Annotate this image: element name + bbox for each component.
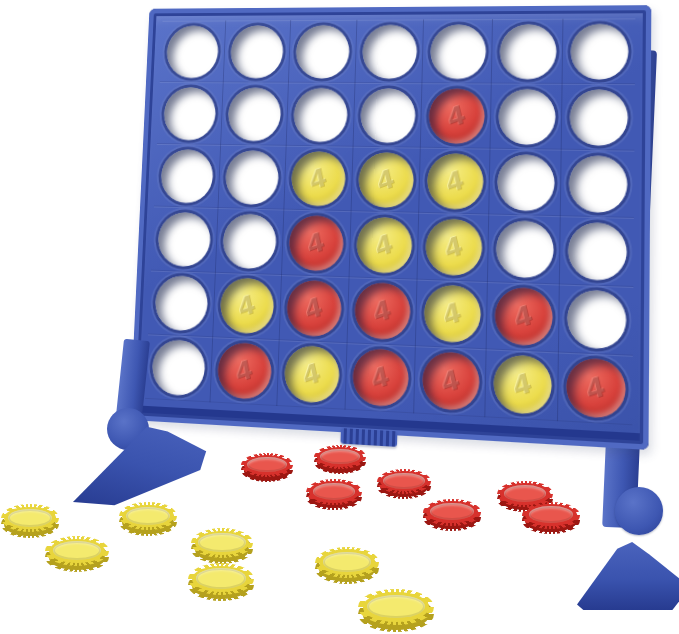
disc-face (126, 507, 170, 525)
disc-numeral: 4 (351, 275, 415, 347)
red-disc: 4 (354, 282, 411, 340)
yellow-loose-disc[interactable] (188, 563, 254, 601)
disc-face (323, 552, 372, 572)
yellow-disc: 4 (423, 285, 481, 344)
empty-hole (166, 25, 219, 77)
yellow-disc: 4 (356, 217, 412, 274)
yellow-loose-disc[interactable] (358, 589, 434, 632)
empty-hole (495, 220, 553, 278)
disc-numeral: 4 (217, 271, 278, 342)
red-disc: 4 (566, 358, 626, 419)
board-cell-r4c7[interactable] (560, 217, 634, 287)
empty-hole (161, 149, 215, 203)
disc-numeral: 4 (354, 144, 418, 216)
board-cell-r6c3[interactable]: 4 (277, 340, 347, 410)
disc-face (383, 473, 424, 489)
disc-numeral: 4 (421, 211, 486, 284)
empty-hole (222, 214, 277, 270)
board-cell-r1c7[interactable] (563, 18, 636, 84)
disc-numeral: 4 (283, 273, 346, 345)
left-foot (70, 425, 218, 507)
disc-numeral: 4 (561, 351, 630, 426)
board-cell-r1c4[interactable] (355, 19, 424, 83)
red-loose-disc[interactable] (423, 499, 481, 531)
empty-hole (295, 25, 350, 78)
yellow-disc: 4 (284, 345, 340, 404)
right-hinge-knob (615, 487, 663, 535)
yellow-loose-disc[interactable] (1, 504, 59, 538)
empty-hole (360, 88, 416, 143)
disc-face (504, 485, 547, 502)
board-cell-r5c3[interactable]: 4 (279, 275, 349, 343)
empty-hole (569, 89, 627, 146)
board-cell-r4c2[interactable] (216, 208, 284, 274)
right-foot (577, 542, 679, 610)
board-cell-r4c6[interactable] (488, 215, 561, 284)
board-cell-r3c7[interactable] (561, 150, 634, 218)
disc-numeral: 4 (214, 336, 275, 407)
red-disc: 4 (286, 280, 342, 338)
red-disc: 4 (352, 348, 409, 407)
board-cell-r1c1[interactable] (160, 20, 226, 82)
disc-numeral: 4 (418, 345, 484, 418)
yellow-disc: 4 (425, 219, 482, 277)
board-cell-r1c3[interactable] (289, 20, 357, 83)
empty-hole (362, 24, 418, 78)
empty-hole (430, 24, 486, 78)
disc-face (367, 595, 425, 618)
board-cell-r5c6[interactable]: 4 (487, 282, 560, 353)
disc-numeral: 4 (419, 277, 485, 350)
yellow-disc: 4 (291, 151, 346, 206)
disc-numeral: 4 (423, 145, 488, 217)
empty-hole (155, 275, 209, 331)
disc-numeral: 4 (424, 80, 489, 152)
board-cell-r5c1[interactable] (148, 270, 216, 337)
disc-numeral: 4 (288, 143, 350, 214)
board-cell-r6c5[interactable]: 4 (415, 346, 487, 417)
disc-face (8, 509, 52, 527)
disc-face (198, 533, 245, 552)
board-cell-r6c6[interactable]: 4 (486, 349, 559, 421)
board-cell-r6c2[interactable]: 4 (210, 337, 279, 406)
board-cell-r1c6[interactable] (492, 19, 564, 84)
yellow-loose-disc[interactable] (119, 502, 177, 536)
empty-hole (568, 155, 627, 213)
red-disc: 4 (289, 215, 345, 271)
disc-face (196, 568, 246, 588)
empty-hole (163, 87, 216, 140)
yellow-loose-disc[interactable] (191, 528, 253, 564)
empty-hole (567, 222, 626, 281)
disc-numeral: 4 (349, 342, 414, 415)
board-cell-r3c4[interactable]: 4 (351, 147, 421, 213)
board-grid: 444444444444444444 (145, 18, 635, 425)
red-loose-disc[interactable] (522, 502, 580, 534)
disc-numeral: 4 (490, 280, 557, 354)
board-cell-r2c4[interactable] (353, 83, 423, 148)
empty-hole (225, 150, 279, 205)
board-cell-r2c6[interactable] (491, 84, 563, 150)
board-cell-r1c5[interactable] (423, 19, 493, 84)
red-loose-disc[interactable] (314, 445, 366, 474)
board-cell-r4c1[interactable] (151, 207, 218, 273)
red-loose-disc[interactable] (306, 479, 362, 510)
disc-numeral: 4 (285, 208, 347, 279)
yellow-loose-disc[interactable] (45, 536, 109, 572)
board-cell-r4c5[interactable]: 4 (418, 213, 490, 281)
red-disc: 4 (217, 342, 272, 400)
yellow-disc: 4 (358, 152, 414, 208)
board-cell-r5c4[interactable]: 4 (347, 277, 418, 346)
red-disc: 4 (428, 88, 485, 143)
red-disc: 4 (422, 352, 480, 412)
disc-numeral: 4 (281, 339, 344, 411)
board-cell-r3c2[interactable] (218, 145, 286, 210)
disc-numeral: 4 (353, 209, 417, 281)
board-cell-r3c3[interactable]: 4 (284, 146, 353, 212)
board-cell-r3c5[interactable]: 4 (420, 148, 491, 215)
yellow-disc: 4 (493, 355, 552, 416)
board-cell-r2c3[interactable] (286, 83, 355, 147)
empty-hole (158, 212, 212, 267)
yellow-loose-disc[interactable] (315, 547, 379, 584)
board-cell-r3c6[interactable] (490, 149, 562, 217)
yellow-disc: 4 (427, 153, 484, 209)
board-cell-r2c7[interactable] (562, 84, 635, 151)
yellow-disc: 4 (220, 278, 275, 335)
empty-hole (498, 89, 556, 145)
board-cell-r4c4[interactable]: 4 (349, 212, 419, 280)
board-cell-r5c2[interactable]: 4 (213, 272, 282, 340)
board-cell-r1c2[interactable] (224, 20, 291, 83)
board-cell-r6c7[interactable]: 4 (558, 352, 633, 425)
disc-numeral: 4 (489, 348, 557, 422)
board-cell-r3c1[interactable] (154, 144, 221, 208)
red-loose-disc[interactable] (241, 453, 293, 482)
red-loose-disc[interactable] (377, 469, 431, 499)
left-stand-leg (58, 340, 218, 510)
connect-four-photo-scene: 444444444444444444 (0, 0, 679, 634)
empty-hole (293, 88, 348, 142)
board-cell-r4c3[interactable]: 4 (282, 210, 351, 277)
board-cell-r5c5[interactable]: 4 (416, 279, 488, 349)
empty-hole (499, 24, 556, 79)
red-disc: 4 (494, 287, 552, 346)
board-cell-r2c2[interactable] (221, 83, 289, 147)
empty-hole (230, 25, 284, 78)
empty-hole (566, 290, 625, 350)
disc-face (313, 483, 356, 500)
board-cell-r5c7[interactable] (559, 284, 633, 355)
empty-hole (497, 154, 555, 211)
empty-hole (570, 23, 628, 79)
empty-hole (228, 87, 282, 141)
board-cell-r2c5[interactable]: 4 (421, 83, 492, 149)
board-cell-r6c4[interactable]: 4 (345, 343, 416, 413)
board-cell-r2c1[interactable] (157, 82, 224, 145)
